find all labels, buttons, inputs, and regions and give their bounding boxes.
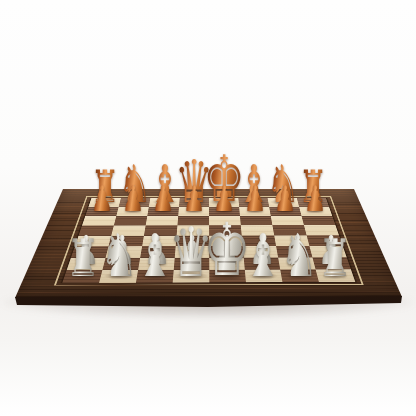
piece-silver-knight[interactable]: ♞ <box>100 226 139 285</box>
piece-copper-pawn[interactable]: ♟ <box>91 181 114 216</box>
piece-copper-pawn[interactable]: ♟ <box>304 181 327 216</box>
piece-layer: ♜♞♝♛♚♝♞♜♟♟♟♟♟♟♟♟♟♟♟♟♟♟♟♟♜♞♝♛♚♝♞♜ <box>0 0 416 416</box>
product-photo: ♜♞♝♛♚♝♞♜♟♟♟♟♟♟♟♟♟♟♟♟♟♟♟♟♜♞♝♛♚♝♞♜ <box>0 0 416 416</box>
piece-silver-rook[interactable]: ♜ <box>318 232 352 284</box>
piece-copper-pawn[interactable]: ♟ <box>274 181 297 216</box>
piece-silver-bishop[interactable]: ♝ <box>244 226 283 285</box>
piece-silver-knight[interactable]: ♞ <box>280 226 319 285</box>
piece-copper-pawn[interactable]: ♟ <box>182 181 205 216</box>
piece-silver-rook[interactable]: ♜ <box>66 232 100 284</box>
piece-copper-pawn[interactable]: ♟ <box>121 181 144 216</box>
piece-copper-pawn[interactable]: ♟ <box>152 181 175 216</box>
